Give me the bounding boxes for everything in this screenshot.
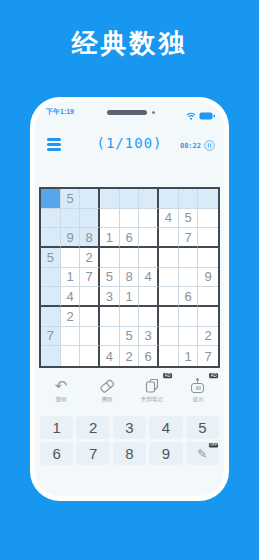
cell-r6c1[interactable] (41, 287, 61, 307)
numpad-6[interactable]: 6 (40, 442, 73, 465)
cell-r6c4[interactable]: 3 (100, 287, 120, 307)
cell-r4c1[interactable]: 5 (41, 248, 61, 268)
cell-r4c2[interactable] (61, 248, 81, 268)
cell-r5c1[interactable] (41, 268, 61, 288)
cell-r6c3[interactable] (80, 287, 100, 307)
pencil-icon: ✎ (197, 447, 207, 461)
cell-r9c6[interactable]: 6 (139, 346, 159, 366)
cell-r4c3[interactable]: 2 (80, 248, 100, 268)
numpad-4[interactable]: 4 (149, 416, 182, 439)
cell-r2c6[interactable] (139, 209, 159, 229)
cell-r3c4[interactable]: 1 (100, 228, 120, 248)
cell-r4c9[interactable] (198, 248, 218, 268)
cell-r7c5[interactable] (120, 307, 140, 327)
hint-ad-badge: AD (209, 373, 218, 378)
cell-r6c7[interactable] (159, 287, 179, 307)
cell-r9c4[interactable]: 4 (100, 346, 120, 366)
toolbar: ↶ 撤销 擦除 AD (43, 376, 216, 410)
cell-r9c8[interactable]: 1 (179, 346, 199, 366)
cell-r4c5[interactable] (120, 248, 140, 268)
cell-r7c6[interactable] (139, 307, 159, 327)
cell-r5c9[interactable]: 9 (198, 268, 218, 288)
sudoku-board: 545981675217584943162753242617 (39, 187, 220, 368)
cell-r5c3[interactable]: 7 (80, 268, 100, 288)
cell-r1c4[interactable] (100, 189, 120, 209)
cell-r5c8[interactable] (179, 268, 199, 288)
battery-icon (199, 106, 215, 124)
cell-r3c2[interactable]: 9 (61, 228, 81, 248)
cell-r3c6[interactable] (139, 228, 159, 248)
cell-r7c3[interactable] (80, 307, 100, 327)
cell-r8c3[interactable] (80, 327, 100, 347)
cell-r1c7[interactable] (159, 189, 179, 209)
cell-r2c7[interactable]: 4 (159, 209, 179, 229)
cell-r3c3[interactable]: 8 (80, 228, 100, 248)
cell-r9c2[interactable] (61, 346, 81, 366)
cell-r8c9[interactable]: 2 (198, 327, 218, 347)
erase-label: 擦除 (92, 395, 121, 403)
undo-icon: ↶ (43, 376, 79, 393)
pencil-off-badge: OFF (209, 443, 218, 448)
cell-r2c3[interactable] (80, 209, 100, 229)
cell-r4c6[interactable] (139, 248, 159, 268)
cell-r2c4[interactable] (100, 209, 120, 229)
cell-r8c4[interactable] (100, 327, 120, 347)
numpad-2[interactable]: 2 (76, 416, 109, 439)
cell-r1c2[interactable]: 5 (61, 189, 81, 209)
cell-r6c8[interactable]: 6 (179, 287, 199, 307)
cell-r3c7[interactable] (159, 228, 179, 248)
camera-dot (152, 111, 155, 114)
numpad-3[interactable]: 3 (113, 416, 146, 439)
cell-r8c5[interactable]: 5 (120, 327, 140, 347)
game-header: (1/100) 00:22 (35, 130, 224, 160)
hint-ai-icon: AI (180, 376, 216, 393)
cell-r1c3[interactable] (80, 189, 100, 209)
number-pad: 123456789 OFF ✎ (40, 416, 219, 465)
all-notes-button[interactable]: AD 全部笔记 (134, 376, 170, 410)
cell-r6c2[interactable]: 4 (61, 287, 81, 307)
pencil-button[interactable]: OFF ✎ (186, 442, 219, 465)
cell-r9c1[interactable] (41, 346, 61, 366)
cell-r7c4[interactable] (100, 307, 120, 327)
cell-r7c1[interactable] (41, 307, 61, 327)
cell-r3c8[interactable]: 7 (179, 228, 199, 248)
cell-r3c1[interactable] (41, 228, 61, 248)
hint-button[interactable]: AD AI 提示 (180, 376, 216, 410)
erase-button[interactable]: 擦除 (89, 376, 125, 410)
cell-r4c4[interactable] (100, 248, 120, 268)
cell-r5c6[interactable]: 4 (139, 268, 159, 288)
pause-button[interactable] (204, 137, 215, 155)
timer: 00:22 (180, 142, 201, 150)
cell-r6c9[interactable] (198, 287, 218, 307)
cell-r6c5[interactable]: 1 (120, 287, 140, 307)
page-title: 经典数独 (0, 26, 259, 61)
wifi-icon (186, 106, 196, 124)
cell-r5c2[interactable]: 1 (61, 268, 81, 288)
notes-icon (134, 376, 170, 393)
numpad-5[interactable]: 5 (186, 416, 219, 439)
cell-r3c5[interactable]: 6 (120, 228, 140, 248)
numpad-8[interactable]: 8 (113, 442, 146, 465)
cell-r7c9[interactable] (198, 307, 218, 327)
cell-r6c6[interactable] (139, 287, 159, 307)
cell-r1c6[interactable] (139, 189, 159, 209)
cell-r1c1[interactable] (41, 189, 61, 209)
numpad-7[interactable]: 7 (76, 442, 109, 465)
hint-label: 提示 (184, 395, 213, 403)
cell-r2c2[interactable] (61, 209, 81, 229)
phone-screen: 下午1:19 (35, 102, 224, 496)
eraser-icon (89, 376, 125, 393)
cell-r1c8[interactable] (179, 189, 199, 209)
cell-r8c2[interactable] (61, 327, 81, 347)
cell-r7c2[interactable]: 2 (61, 307, 81, 327)
cell-r7c8[interactable] (179, 307, 199, 327)
cell-r2c8[interactable]: 5 (179, 209, 199, 229)
speaker-notch (107, 110, 147, 115)
cell-r9c3[interactable] (80, 346, 100, 366)
cell-r9c5[interactable]: 2 (120, 346, 140, 366)
cell-r5c7[interactable] (159, 268, 179, 288)
cell-r8c6[interactable]: 3 (139, 327, 159, 347)
cell-r2c9[interactable] (198, 209, 218, 229)
undo-button[interactable]: ↶ 撤销 (43, 376, 79, 410)
cell-r8c7[interactable] (159, 327, 179, 347)
status-time: 下午1:19 (46, 107, 74, 117)
cell-r4c8[interactable] (179, 248, 199, 268)
cell-r8c1[interactable]: 7 (41, 327, 61, 347)
numpad-9[interactable]: 9 (149, 442, 182, 465)
cell-r3c9[interactable] (198, 228, 218, 248)
all-notes-label: 全部笔记 (138, 395, 167, 403)
cell-r9c9[interactable]: 7 (198, 346, 218, 366)
cell-r1c5[interactable] (120, 189, 140, 209)
cell-r8c8[interactable] (179, 327, 199, 347)
cell-r2c5[interactable] (120, 209, 140, 229)
cell-r7c7[interactable] (159, 307, 179, 327)
cell-r5c4[interactable]: 5 (100, 268, 120, 288)
cell-r2c1[interactable] (41, 209, 61, 229)
numpad-1[interactable]: 1 (40, 416, 73, 439)
cell-r1c9[interactable] (198, 189, 218, 209)
status-bar: 下午1:19 (35, 102, 224, 122)
undo-label: 撤销 (47, 395, 76, 403)
cell-r4c7[interactable] (159, 248, 179, 268)
phone-mockup: 下午1:19 (30, 97, 229, 501)
cell-r5c5[interactable]: 8 (120, 268, 140, 288)
cell-r9c7[interactable] (159, 346, 179, 366)
notes-ad-badge: AD (163, 373, 172, 378)
